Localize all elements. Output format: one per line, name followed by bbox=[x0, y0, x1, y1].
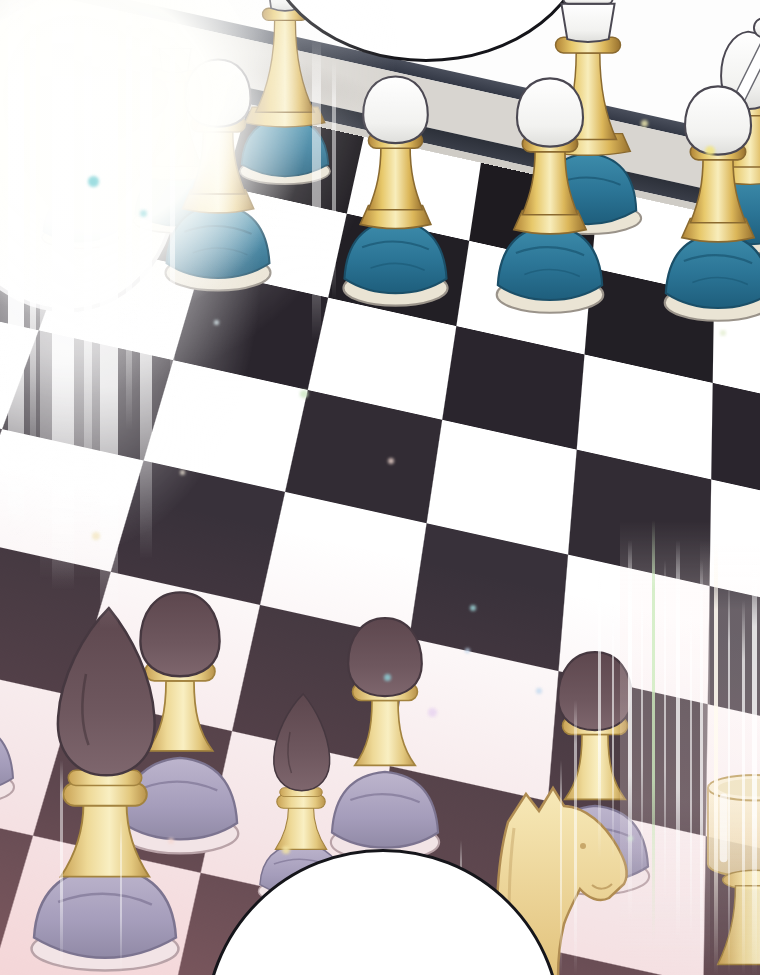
webtoon-chess-panel bbox=[0, 0, 760, 975]
